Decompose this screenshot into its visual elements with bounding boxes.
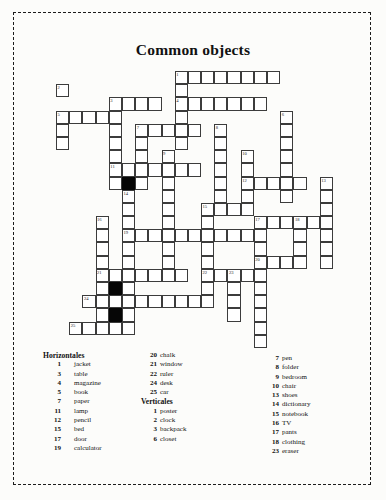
clue-number: 3 [110, 98, 112, 103]
grid-cell[interactable] [241, 97, 254, 110]
clue-item: 7pen [252, 354, 310, 363]
grid-cell[interactable] [201, 295, 214, 308]
grid-cell[interactable] [293, 256, 306, 269]
grid-cell[interactable] [96, 256, 109, 269]
grid-cell[interactable] [109, 124, 122, 137]
grid-cell[interactable] [96, 322, 109, 335]
grid-cell[interactable] [56, 124, 69, 137]
grid-cell[interactable] [175, 295, 188, 308]
clue-item-number: 20 [141, 351, 157, 360]
grid-cell[interactable] [214, 190, 227, 203]
grid-cell[interactable] [227, 295, 240, 308]
grid-cell[interactable] [293, 242, 306, 255]
grid-cell[interactable] [241, 163, 254, 176]
clue-item-number: 7 [43, 397, 61, 406]
clue-item: 25car [141, 388, 186, 397]
clue-number: 8 [216, 125, 218, 130]
grid-cell[interactable]: 16 [96, 216, 109, 229]
clue-item-number: 1 [43, 360, 61, 369]
clue-number: 15 [203, 204, 208, 209]
grid-cell[interactable] [162, 124, 175, 137]
grid-cell[interactable] [148, 163, 161, 176]
grid-cell[interactable] [109, 269, 122, 282]
grid-cell[interactable]: 21 [96, 269, 109, 282]
grid-cell[interactable] [135, 229, 148, 242]
clue-number: 10 [242, 151, 247, 156]
verticales-list-2: 7pen8folder9bedroom10chair13shoes14dicti… [252, 354, 310, 456]
grid-cell[interactable] [135, 177, 148, 190]
clue-item: 10chair [252, 382, 310, 391]
grid-cell[interactable] [188, 163, 201, 176]
grid-cell[interactable] [175, 269, 188, 282]
clue-number: 23 [229, 270, 234, 275]
horizontales-list-1: 1jacket3table4magazine5book7paper11lamp1… [43, 360, 102, 453]
grid-cell[interactable] [201, 97, 214, 110]
grid-cell[interactable] [122, 295, 135, 308]
clue-item-text: jacket [74, 360, 91, 369]
clue-item-text: pants [282, 428, 297, 437]
grid-cell[interactable] [241, 203, 254, 216]
clue-item-text: pen [282, 354, 292, 363]
grid-cell[interactable]: 3 [109, 97, 122, 110]
grid-cell[interactable]: 10 [241, 150, 254, 163]
clue-item-text: shoes [282, 391, 298, 400]
grid-cell[interactable] [162, 203, 175, 216]
grid-cell[interactable]: 5 [56, 111, 69, 124]
clue-item-number: 14 [252, 400, 279, 409]
clue-item-text: folder [282, 363, 299, 372]
grid-cell[interactable] [320, 229, 333, 242]
grid-cell[interactable] [201, 71, 214, 84]
grid-cell[interactable] [82, 111, 95, 124]
grid-cell[interactable] [267, 256, 280, 269]
grid-cell[interactable] [320, 190, 333, 203]
clue-column-3: 7pen8folder9bedroom10chair13shoes14dicti… [252, 354, 310, 456]
grid-cell[interactable]: 13 [320, 177, 333, 190]
grid-cell[interactable] [122, 308, 135, 321]
clue-item-text: bedroom [282, 373, 307, 382]
grid-cell[interactable]: 20 [254, 256, 267, 269]
clue-item-text: book [74, 388, 88, 397]
grid-cell[interactable]: 1 [175, 71, 188, 84]
grid-cell[interactable] [175, 163, 188, 176]
clue-item: 17pants [252, 428, 310, 437]
grid-cell[interactable] [241, 229, 254, 242]
clue-item-text: window [160, 360, 183, 369]
clue-item: 1poster [141, 407, 186, 416]
grid-cell[interactable] [109, 111, 122, 124]
grid-cell[interactable] [241, 269, 254, 282]
clue-item: 18clothing [252, 438, 310, 447]
clue-item-number: 11 [43, 407, 61, 416]
grid-cell[interactable] [188, 295, 201, 308]
grid-cell[interactable] [320, 203, 333, 216]
clue-item-number: 9 [252, 373, 279, 382]
grid-cell[interactable] [109, 322, 122, 335]
clue-item-text: lamp [74, 407, 88, 416]
clue-item-text: chalk [160, 351, 175, 360]
black-cell [109, 308, 122, 321]
grid-cell[interactable] [188, 124, 201, 137]
grid-cell[interactable]: 9 [162, 150, 175, 163]
clue-column-2: 20chalk21window22ruler24desk25car Vertic… [141, 351, 186, 444]
grid-cell[interactable]: 7 [135, 124, 148, 137]
grid-cell[interactable] [162, 177, 175, 190]
clue-item-number: 13 [252, 391, 279, 400]
clue-number: 1 [176, 72, 178, 77]
grid-cell[interactable] [96, 282, 109, 295]
grid-cell[interactable] [109, 150, 122, 163]
grid-cell[interactable] [254, 229, 267, 242]
grid-cell[interactable] [56, 137, 69, 150]
grid-cell[interactable] [162, 256, 175, 269]
grid-cell[interactable] [162, 190, 175, 203]
clue-number: 18 [295, 217, 300, 222]
grid-cell[interactable] [254, 295, 267, 308]
grid-cell[interactable] [96, 111, 109, 124]
clue-item-number: 4 [43, 379, 61, 388]
grid-cell[interactable] [175, 84, 188, 97]
grid-cell[interactable] [201, 216, 214, 229]
grid-cell[interactable] [227, 71, 240, 84]
clue-item-text: clock [160, 416, 175, 425]
grid-cell[interactable] [162, 216, 175, 229]
grid-cell[interactable] [201, 229, 214, 242]
grid-cell[interactable] [254, 97, 267, 110]
clue-number: 25 [71, 323, 76, 328]
clue-item-text: closet [160, 435, 176, 444]
clue-item-text: bed [74, 425, 84, 434]
grid-cell[interactable] [162, 242, 175, 255]
clue-item-text: dictionary [282, 400, 310, 409]
grid-cell[interactable] [241, 71, 254, 84]
grid-cell[interactable] [254, 308, 267, 321]
black-cell [122, 177, 135, 190]
clue-item-text: calculator [74, 444, 102, 453]
clue-item-number: 17 [43, 435, 61, 444]
grid-cell[interactable] [214, 163, 227, 176]
clue-item: 8folder [252, 363, 310, 372]
clue-item-number: 15 [43, 425, 61, 434]
grid-cell[interactable] [188, 97, 201, 110]
grid-cell[interactable] [188, 229, 201, 242]
grid-cell[interactable] [267, 177, 280, 190]
clue-item-text: door [74, 435, 87, 444]
clue-number: 12 [242, 178, 247, 183]
clue-item: 24desk [141, 379, 186, 388]
grid-cell[interactable] [122, 203, 135, 216]
clue-item-number: 16 [252, 419, 279, 428]
clue-number: 20 [255, 257, 260, 262]
clue-item-text: notebook [282, 410, 308, 419]
clue-number: 13 [321, 178, 326, 183]
verticales-heading: Verticales [141, 397, 186, 406]
clue-item-text: poster [160, 407, 177, 416]
clue-number: 6 [282, 112, 284, 117]
grid-cell[interactable] [122, 282, 135, 295]
grid-cell[interactable] [69, 111, 82, 124]
grid-cell[interactable] [135, 295, 148, 308]
grid-cell[interactable] [135, 150, 148, 163]
grid-cell[interactable] [148, 269, 161, 282]
clue-item: 7paper [43, 397, 102, 406]
clue-item-text: table [74, 370, 88, 379]
grid-cell[interactable] [122, 242, 135, 255]
clue-number: 7 [137, 125, 139, 130]
clue-item-number: 12 [43, 416, 61, 425]
grid-cell[interactable] [175, 137, 188, 150]
clue-item-text: magazine [74, 379, 101, 388]
grid-cell[interactable] [267, 71, 280, 84]
clue-item-number: 25 [141, 388, 157, 397]
clue-number: 5 [58, 112, 60, 117]
grid-cell[interactable] [227, 229, 240, 242]
grid-cell[interactable] [109, 295, 122, 308]
grid-cell[interactable] [201, 256, 214, 269]
grid-cell[interactable] [227, 97, 240, 110]
grid-cell[interactable]: 25 [69, 322, 82, 335]
grid-cell[interactable] [214, 203, 227, 216]
clue-item-number: 23 [252, 447, 279, 456]
grid-cell[interactable] [280, 177, 293, 190]
grid-cell[interactable] [214, 150, 227, 163]
grid-cell[interactable] [122, 269, 135, 282]
grid-cell[interactable]: 8 [214, 124, 227, 137]
grid-cell[interactable]: 17 [254, 216, 267, 229]
grid-cell[interactable] [293, 177, 306, 190]
clue-item-number: 17 [252, 428, 279, 437]
grid-cell[interactable] [122, 163, 135, 176]
grid-cell[interactable] [320, 242, 333, 255]
clue-item: 2clock [141, 416, 186, 425]
clue-item-number: 3 [141, 425, 157, 434]
clue-item: 1jacket [43, 360, 102, 369]
grid-cell[interactable] [280, 190, 293, 203]
clue-number: 16 [97, 217, 102, 222]
grid-cell[interactable] [148, 124, 161, 137]
horizontales-heading: Horizontales [43, 351, 102, 360]
clue-item: 3table [43, 370, 102, 379]
grid-cell[interactable]: 12 [241, 177, 254, 190]
grid-cell[interactable] [122, 216, 135, 229]
grid-cell[interactable]: 18 [293, 216, 306, 229]
grid-cell[interactable] [227, 282, 240, 295]
grid-cell[interactable] [280, 150, 293, 163]
clue-item: 9bedroom [252, 373, 310, 382]
clue-item-text: paper [74, 397, 90, 406]
grid-cell[interactable] [254, 322, 267, 335]
clue-item-number: 7 [252, 354, 279, 363]
grid-cell[interactable] [96, 242, 109, 255]
grid-cell[interactable] [122, 256, 135, 269]
grid-cell[interactable] [254, 242, 267, 255]
clue-item-text: pencil [74, 416, 91, 425]
clue-number: 21 [97, 270, 102, 275]
grid-cell[interactable] [307, 216, 320, 229]
grid-cell[interactable]: 14 [122, 190, 135, 203]
grid-cell[interactable] [96, 295, 109, 308]
grid-cell[interactable] [148, 97, 161, 110]
grid-cell[interactable] [280, 137, 293, 150]
grid-cell[interactable] [175, 111, 188, 124]
grid-cell[interactable] [267, 216, 280, 229]
grid-cell[interactable] [254, 71, 267, 84]
clue-item: 20chalk [141, 351, 186, 360]
grid-cell[interactable] [201, 282, 214, 295]
clue-item: 4magazine [43, 379, 102, 388]
horizontales-list-2: 20chalk21window22ruler24desk25car [141, 351, 186, 397]
grid-cell[interactable]: 19 [122, 229, 135, 242]
clue-item: 15bed [43, 425, 102, 434]
clue-item-text: car [160, 388, 169, 397]
clue-item-text: eraser [282, 447, 299, 456]
grid-cell[interactable]: 6 [280, 111, 293, 124]
clue-number: 2 [58, 85, 60, 90]
grid-cell[interactable] [280, 163, 293, 176]
grid-cell[interactable] [135, 97, 148, 110]
grid-cell[interactable] [254, 177, 267, 190]
grid-cell[interactable]: 4 [175, 97, 188, 110]
grid-cell[interactable] [148, 229, 161, 242]
black-cell [109, 282, 122, 295]
clue-item-number: 22 [141, 370, 157, 379]
clue-item-number: 10 [252, 382, 279, 391]
grid-cell[interactable] [96, 229, 109, 242]
clue-item-number: 5 [43, 388, 61, 397]
clue-item: 21window [141, 360, 186, 369]
grid-cell[interactable] [162, 163, 175, 176]
clue-number: 24 [84, 296, 89, 301]
grid-cell[interactable] [214, 97, 227, 110]
grid-cell[interactable]: 2 [56, 84, 69, 97]
grid-cell[interactable] [135, 137, 148, 150]
clue-number: 19 [123, 230, 128, 235]
grid-cell[interactable] [188, 71, 201, 84]
clue-item: 14dictionary [252, 400, 310, 409]
grid-cell[interactable] [254, 269, 267, 282]
grid-cell[interactable] [280, 256, 293, 269]
grid-cell[interactable]: 22 [201, 269, 214, 282]
grid-cell[interactable] [135, 163, 148, 176]
clue-item: 16TV [252, 419, 310, 428]
clue-number: 11 [110, 164, 114, 169]
grid-cell[interactable] [214, 137, 227, 150]
clue-number: 17 [255, 217, 260, 222]
clue-item-number: 2 [141, 416, 157, 425]
clue-item: 15notebook [252, 410, 310, 419]
clue-number: 9 [163, 151, 165, 156]
grid-cell[interactable] [214, 269, 227, 282]
grid-cell[interactable] [122, 97, 135, 110]
clue-item-number: 6 [141, 435, 157, 444]
clue-item-text: desk [160, 379, 173, 388]
clue-item: 5book [43, 388, 102, 397]
grid-cell[interactable] [254, 282, 267, 295]
grid-cell[interactable] [280, 124, 293, 137]
grid-cell[interactable] [201, 242, 214, 255]
clue-item: 3backpack [141, 425, 186, 434]
clue-item: 23eraser [252, 447, 310, 456]
clue-number: 4 [176, 98, 178, 103]
clue-item: 17door [43, 435, 102, 444]
grid-cell[interactable] [82, 322, 95, 335]
clue-item: 19calculator [43, 444, 102, 453]
grid-cell[interactable]: 23 [227, 269, 240, 282]
grid-cell[interactable] [293, 229, 306, 242]
clue-item-text: ruler [160, 370, 173, 379]
clue-item-number: 1 [141, 407, 157, 416]
grid-cell[interactable] [109, 177, 122, 190]
clue-number: 22 [203, 270, 208, 275]
clue-item-number: 24 [141, 379, 157, 388]
verticales-list-1: 1poster2clock3backpack6closet [141, 407, 186, 444]
clue-item-text: backpack [160, 425, 186, 434]
clue-number: 14 [123, 191, 128, 196]
puzzle-title: Common objects [0, 41, 386, 59]
clue-item-text: chair [282, 382, 296, 391]
grid-cell[interactable] [96, 308, 109, 321]
grid-cell[interactable] [320, 216, 333, 229]
grid-cell[interactable] [214, 229, 227, 242]
grid-cell[interactable] [227, 203, 240, 216]
clue-item-number: 19 [43, 444, 61, 453]
grid-cell[interactable] [241, 190, 254, 203]
grid-cell[interactable] [122, 322, 135, 335]
grid-cell[interactable] [109, 137, 122, 150]
clue-item-number: 3 [43, 370, 61, 379]
crossword-grid: 1234567891011121314151617181920212223242… [56, 71, 333, 348]
grid-cell[interactable] [175, 124, 188, 137]
clue-item-number: 21 [141, 360, 157, 369]
worksheet-page: { "game": "crossword", "title": "Common … [0, 0, 386, 500]
grid-cell[interactable] [214, 177, 227, 190]
grid-cell[interactable] [254, 335, 267, 348]
grid-cell[interactable] [320, 256, 333, 269]
grid-cell[interactable] [214, 71, 227, 84]
clue-item: 13shoes [252, 391, 310, 400]
clue-item-number: 8 [252, 363, 279, 372]
grid-cell[interactable] [280, 216, 293, 229]
grid-cell[interactable] [162, 295, 175, 308]
grid-cell[interactable] [175, 229, 188, 242]
grid-cell[interactable] [135, 269, 148, 282]
clue-item-number: 15 [252, 410, 279, 419]
clue-item-number: 18 [252, 438, 279, 447]
clue-item: 11lamp [43, 407, 102, 416]
grid-cell[interactable] [227, 308, 240, 321]
grid-cell[interactable]: 11 [109, 163, 122, 176]
clue-item-text: TV [282, 419, 291, 428]
grid-cell[interactable] [148, 295, 161, 308]
clue-item: 12pencil [43, 416, 102, 425]
clue-item-text: clothing [282, 438, 305, 447]
grid-cell[interactable]: 15 [201, 203, 214, 216]
grid-cell[interactable] [162, 229, 175, 242]
clue-item: 22ruler [141, 370, 186, 379]
clue-item: 6closet [141, 435, 186, 444]
grid-cell[interactable] [162, 269, 175, 282]
grid-cell[interactable]: 24 [82, 295, 95, 308]
clue-column-1: Horizontales 1jacket3table4magazine5book… [43, 351, 102, 453]
